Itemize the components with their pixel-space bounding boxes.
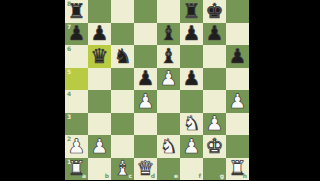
square-e3[interactable] (157, 113, 180, 136)
square-a1[interactable]: 1a♜ (65, 158, 88, 181)
piece-black-pawn[interactable]: ♟ (137, 68, 155, 88)
piece-white-pawn[interactable]: ♟ (183, 136, 201, 156)
square-d1[interactable]: d♛ (134, 158, 157, 181)
square-d5[interactable]: ♟ (134, 68, 157, 91)
square-e8[interactable] (157, 0, 180, 23)
square-d4[interactable]: ♟ (134, 90, 157, 113)
square-c5[interactable] (111, 68, 134, 91)
rank-label-5: 5 (67, 69, 71, 75)
square-c4[interactable] (111, 90, 134, 113)
square-g4[interactable] (203, 90, 226, 113)
square-h2[interactable] (226, 135, 249, 158)
piece-black-pawn[interactable]: ♟ (229, 46, 247, 66)
piece-black-pawn[interactable]: ♟ (68, 23, 86, 43)
square-h6[interactable]: ♟ (226, 45, 249, 68)
square-b8[interactable] (88, 0, 111, 23)
piece-white-rook[interactable]: ♜ (229, 158, 247, 178)
square-c2[interactable] (111, 135, 134, 158)
piece-white-pawn[interactable]: ♟ (68, 136, 86, 156)
square-b4[interactable] (88, 90, 111, 113)
square-f4[interactable] (180, 90, 203, 113)
square-d6[interactable] (134, 45, 157, 68)
square-e6[interactable]: ♝ (157, 45, 180, 68)
piece-black-bishop[interactable]: ♝ (160, 46, 178, 66)
file-label-g: g (220, 173, 224, 179)
rank-label-6: 6 (67, 46, 71, 52)
square-a7[interactable]: 7♟ (65, 23, 88, 46)
square-f3[interactable]: ♞ (180, 113, 203, 136)
piece-black-rook[interactable]: ♜ (183, 1, 201, 21)
square-c3[interactable] (111, 113, 134, 136)
square-a6[interactable]: 6 (65, 45, 88, 68)
square-g8[interactable]: ♚ (203, 0, 226, 23)
piece-white-knight[interactable]: ♞ (183, 113, 201, 133)
square-g1[interactable]: g (203, 158, 226, 181)
square-b6[interactable]: ♛ (88, 45, 111, 68)
square-h7[interactable] (226, 23, 249, 46)
piece-black-pawn[interactable]: ♟ (206, 23, 224, 43)
piece-black-pawn[interactable]: ♟ (91, 23, 109, 43)
square-e4[interactable] (157, 90, 180, 113)
piece-white-rook[interactable]: ♜ (68, 158, 86, 178)
square-a4[interactable]: 4 (65, 90, 88, 113)
file-label-e: e (174, 173, 178, 179)
square-f6[interactable] (180, 45, 203, 68)
square-g2[interactable]: ♚ (203, 135, 226, 158)
square-f5[interactable]: ♟ (180, 68, 203, 91)
square-c8[interactable] (111, 0, 134, 23)
square-f8[interactable]: ♜ (180, 0, 203, 23)
square-g7[interactable]: ♟ (203, 23, 226, 46)
square-e2[interactable]: ♞ (157, 135, 180, 158)
square-h1[interactable]: h♜ (226, 158, 249, 181)
rank-label-4: 4 (67, 91, 71, 97)
square-d8[interactable] (134, 0, 157, 23)
chess-board: 8♜♜♚7♟♟♝♟♟6♛♞♝♟5♟♟♟4♟♟3♞♟2♟♟♞♟♚1a♜bc♝d♛e… (65, 0, 249, 180)
square-a3[interactable]: 3 (65, 113, 88, 136)
square-a8[interactable]: 8♜ (65, 0, 88, 23)
piece-white-knight[interactable]: ♞ (160, 136, 178, 156)
letterbox-left (0, 0, 65, 180)
square-d2[interactable] (134, 135, 157, 158)
square-f7[interactable]: ♟ (180, 23, 203, 46)
square-d3[interactable] (134, 113, 157, 136)
square-h5[interactable] (226, 68, 249, 91)
piece-white-pawn[interactable]: ♟ (91, 136, 109, 156)
square-b7[interactable]: ♟ (88, 23, 111, 46)
piece-white-pawn[interactable]: ♟ (206, 113, 224, 133)
piece-black-bishop[interactable]: ♝ (160, 23, 178, 43)
piece-black-king[interactable]: ♚ (206, 1, 224, 21)
letterbox-right (249, 0, 320, 180)
square-e7[interactable]: ♝ (157, 23, 180, 46)
square-b3[interactable] (88, 113, 111, 136)
square-f1[interactable]: f (180, 158, 203, 181)
square-f2[interactable]: ♟ (180, 135, 203, 158)
square-h4[interactable]: ♟ (226, 90, 249, 113)
square-g3[interactable]: ♟ (203, 113, 226, 136)
square-b1[interactable]: b (88, 158, 111, 181)
piece-white-pawn[interactable]: ♟ (160, 68, 178, 88)
rank-label-3: 3 (67, 114, 71, 120)
square-g6[interactable] (203, 45, 226, 68)
piece-white-pawn[interactable]: ♟ (137, 91, 155, 111)
square-b2[interactable]: ♟ (88, 135, 111, 158)
square-g5[interactable] (203, 68, 226, 91)
piece-white-queen[interactable]: ♛ (137, 158, 155, 178)
square-h3[interactable] (226, 113, 249, 136)
square-h8[interactable] (226, 0, 249, 23)
square-b5[interactable] (88, 68, 111, 91)
square-a5[interactable]: 5 (65, 68, 88, 91)
file-label-f: f (198, 173, 201, 179)
piece-white-king[interactable]: ♚ (206, 136, 224, 156)
piece-white-bishop[interactable]: ♝ (114, 158, 132, 178)
piece-black-queen[interactable]: ♛ (91, 46, 109, 66)
square-e1[interactable]: e (157, 158, 180, 181)
piece-black-rook[interactable]: ♜ (68, 1, 86, 21)
piece-black-pawn[interactable]: ♟ (183, 68, 201, 88)
square-e5[interactable]: ♟ (157, 68, 180, 91)
square-c6[interactable]: ♞ (111, 45, 134, 68)
piece-black-knight[interactable]: ♞ (114, 46, 132, 66)
piece-white-pawn[interactable]: ♟ (229, 91, 247, 111)
square-a2[interactable]: 2♟ (65, 135, 88, 158)
piece-black-pawn[interactable]: ♟ (183, 23, 201, 43)
square-c7[interactable] (111, 23, 134, 46)
square-c1[interactable]: c♝ (111, 158, 134, 181)
square-d7[interactable] (134, 23, 157, 46)
file-label-b: b (105, 173, 109, 179)
